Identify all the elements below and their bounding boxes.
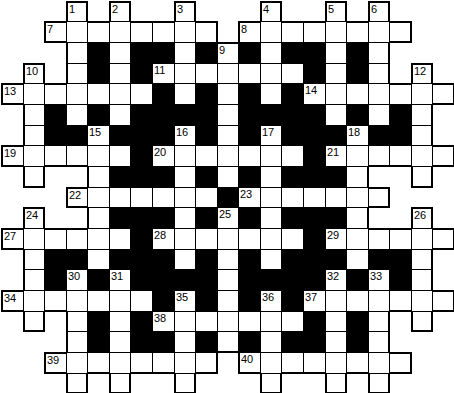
clue-number-27: 27 <box>4 230 16 242</box>
cell-r15c13[interactable] <box>281 311 304 332</box>
clue-number-26: 26 <box>414 209 426 221</box>
block-r8c6 <box>130 166 153 188</box>
cell-r15c7[interactable]: 38 <box>152 311 175 332</box>
block-r5c14 <box>303 104 326 126</box>
clue-number-36: 36 <box>262 291 274 303</box>
cell-r9c13[interactable] <box>281 187 304 208</box>
cell-r9c3[interactable]: 22 <box>66 187 88 208</box>
cell-r3c15[interactable] <box>325 63 347 84</box>
cell-r6c8[interactable]: 16 <box>174 125 196 146</box>
clue-number-34: 34 <box>4 292 16 304</box>
cell-r0c12[interactable]: 4 <box>260 1 282 22</box>
cell-r17c7[interactable] <box>152 352 175 374</box>
cell-r14c20[interactable] <box>432 290 454 312</box>
block-r3c14 <box>303 63 326 84</box>
cell-r4c20[interactable] <box>432 83 454 105</box>
cell-r4c0[interactable]: 13 <box>1 83 24 105</box>
cell-r12c10[interactable] <box>217 249 239 270</box>
cell-r12c8[interactable] <box>174 249 196 270</box>
cell-r9c6[interactable] <box>130 187 153 208</box>
cell-r16c12[interactable] <box>260 331 282 353</box>
block-r13c7 <box>152 269 175 291</box>
cell-r5c1[interactable] <box>23 104 45 126</box>
cell-r4c12[interactable] <box>260 83 282 105</box>
clue-number-8: 8 <box>241 23 247 35</box>
cell-r11c20[interactable] <box>432 228 454 250</box>
cell-r13c15[interactable]: 32 <box>325 269 347 291</box>
cell-r16c3[interactable] <box>66 331 88 353</box>
cell-r7c1[interactable] <box>23 145 45 167</box>
cell-r1c13[interactable] <box>281 21 304 43</box>
clue-number-35: 35 <box>176 291 188 303</box>
cell-r17c13[interactable] <box>281 352 304 374</box>
cell-r9c4[interactable] <box>87 187 110 208</box>
cell-r7c3[interactable] <box>66 145 88 167</box>
cell-r14c10[interactable] <box>217 290 239 312</box>
cell-r7c12[interactable] <box>260 145 282 167</box>
cell-r1c15[interactable] <box>325 21 347 43</box>
cell-r3c12[interactable] <box>260 63 282 84</box>
cell-r17c5[interactable] <box>109 352 131 374</box>
cell-r5c17[interactable] <box>368 104 390 126</box>
block-r8c5 <box>109 166 131 188</box>
cell-r10c12[interactable] <box>260 207 282 229</box>
cell-r9c7[interactable] <box>152 187 175 208</box>
cell-r14c3[interactable] <box>66 290 88 312</box>
cell-r9c8[interactable] <box>174 187 196 208</box>
cell-r6c10[interactable] <box>217 125 239 146</box>
cell-r17c14[interactable] <box>303 352 326 374</box>
cell-r11c13[interactable] <box>281 228 304 250</box>
cell-r17c12[interactable] <box>260 352 282 374</box>
cell-r15c10[interactable] <box>217 311 239 332</box>
cell-r1c3[interactable] <box>66 21 88 43</box>
cell-r17c2[interactable]: 39 <box>44 352 67 374</box>
cell-r15c17[interactable] <box>368 311 390 332</box>
cell-r5c10[interactable] <box>217 104 239 126</box>
cell-r15c9[interactable] <box>195 311 218 332</box>
block-r16c4 <box>87 331 110 353</box>
cell-r18c12[interactable] <box>260 373 282 393</box>
cell-r18c5[interactable] <box>109 373 131 393</box>
clue-number-2: 2 <box>112 3 118 15</box>
cell-r17c17[interactable] <box>368 352 390 374</box>
cell-r3c19[interactable]: 12 <box>411 63 433 84</box>
cell-r1c4[interactable] <box>87 21 110 43</box>
cell-r14c5[interactable] <box>109 290 131 312</box>
block-r13c4 <box>87 269 110 291</box>
block-r12c11 <box>238 249 261 270</box>
clue-number-28: 28 <box>154 229 166 241</box>
block-r14c9 <box>195 290 218 312</box>
cell-r15c1[interactable] <box>23 311 45 332</box>
block-r10c13 <box>281 207 304 229</box>
block-r14c13 <box>281 290 304 312</box>
block-r15c14 <box>303 311 326 332</box>
cell-r18c15[interactable] <box>325 373 347 393</box>
cell-r14c12[interactable]: 36 <box>260 290 282 312</box>
cell-r11c7[interactable]: 28 <box>152 228 175 250</box>
cell-r17c11[interactable]: 40 <box>238 352 261 374</box>
cell-r7c11[interactable] <box>238 145 261 167</box>
cell-r13c3[interactable]: 30 <box>66 269 88 291</box>
cell-r8c12[interactable] <box>260 166 282 188</box>
cell-r14c14[interactable]: 37 <box>303 290 326 312</box>
cell-r5c3[interactable] <box>66 104 88 126</box>
cell-r6c16[interactable]: 18 <box>346 125 369 146</box>
block-r2c7 <box>152 42 175 64</box>
cell-r10c4[interactable] <box>87 207 110 229</box>
block-r6c13 <box>281 125 304 146</box>
cell-r4c10[interactable] <box>217 83 239 105</box>
cell-r15c3[interactable] <box>66 311 88 332</box>
cell-r7c10[interactable] <box>217 145 239 167</box>
cell-r2c12[interactable] <box>260 42 282 64</box>
clue-number-6: 6 <box>371 3 377 15</box>
block-r9c10 <box>217 187 239 208</box>
cell-r13c5[interactable]: 31 <box>109 269 131 291</box>
cell-r11c15[interactable]: 29 <box>325 228 347 250</box>
block-r13c8 <box>174 269 196 291</box>
cell-r0c3[interactable]: 1 <box>66 1 88 22</box>
cell-r13c17[interactable]: 33 <box>368 269 390 291</box>
cell-r7c2[interactable] <box>44 145 67 167</box>
cell-r13c1[interactable] <box>23 269 45 291</box>
cell-r7c13[interactable] <box>281 145 304 167</box>
block-r15c4 <box>87 311 110 332</box>
block-r5c8 <box>174 104 196 126</box>
block-r6c9 <box>195 125 218 146</box>
cell-r1c18[interactable] <box>389 21 412 43</box>
clue-number-4: 4 <box>263 3 269 15</box>
cell-r4c6[interactable] <box>130 83 153 105</box>
cell-r14c8[interactable]: 35 <box>174 290 196 312</box>
cell-r9c17[interactable] <box>368 187 390 208</box>
block-r2c11 <box>238 42 261 64</box>
cell-r1c12[interactable] <box>260 21 282 43</box>
cell-r9c16[interactable] <box>346 187 369 208</box>
cell-r14c15[interactable] <box>325 290 347 312</box>
block-r12c18 <box>389 249 412 270</box>
cell-r2c5[interactable] <box>109 42 131 64</box>
cell-r15c15[interactable] <box>325 311 347 332</box>
cell-r14c19[interactable] <box>411 290 433 312</box>
block-r12c17 <box>368 249 390 270</box>
cell-r7c17[interactable] <box>368 145 390 167</box>
block-r5c16 <box>346 104 369 126</box>
block-r3c16 <box>346 63 369 84</box>
cell-r1c9[interactable] <box>195 21 218 43</box>
block-r11c6 <box>130 228 153 250</box>
cell-r4c17[interactable] <box>368 83 390 105</box>
cell-r4c14[interactable]: 14 <box>303 83 326 105</box>
clue-number-16: 16 <box>176 126 188 138</box>
cell-r4c15[interactable] <box>325 83 347 105</box>
cell-r11c9[interactable] <box>195 228 218 250</box>
cell-r10c10[interactable]: 25 <box>217 207 239 229</box>
cell-r11c17[interactable] <box>368 228 390 250</box>
cell-r12c16[interactable] <box>346 249 369 270</box>
cell-r1c16[interactable] <box>346 21 369 43</box>
cell-r11c2[interactable] <box>44 228 67 250</box>
block-r13c9 <box>195 269 218 291</box>
block-r5c9 <box>195 104 218 126</box>
cell-r5c15[interactable] <box>325 104 347 126</box>
cell-r6c19[interactable] <box>411 125 433 146</box>
cell-r11c16[interactable] <box>346 228 369 250</box>
cell-r11c12[interactable] <box>260 228 282 250</box>
cell-r11c11[interactable] <box>238 228 261 250</box>
cell-r3c3[interactable] <box>66 63 88 84</box>
cell-r7c7[interactable]: 20 <box>152 145 175 167</box>
cell-r15c11[interactable] <box>238 311 261 332</box>
cell-r3c9[interactable] <box>195 63 218 84</box>
cell-r17c15[interactable] <box>325 352 347 374</box>
block-r16c13 <box>281 331 304 353</box>
cell-r11c18[interactable] <box>389 228 412 250</box>
cell-r8c1[interactable] <box>23 166 45 188</box>
block-r16c9 <box>195 331 218 353</box>
block-r5c18 <box>389 104 412 126</box>
cell-r4c3[interactable] <box>66 83 88 105</box>
cell-r11c10[interactable] <box>217 228 239 250</box>
cell-r0c8[interactable]: 3 <box>174 1 196 22</box>
cell-r16c8[interactable] <box>174 331 196 353</box>
cell-r4c16[interactable] <box>346 83 369 105</box>
cell-r0c17[interactable]: 6 <box>368 1 390 22</box>
cell-r7c18[interactable] <box>389 145 412 167</box>
clue-number-11: 11 <box>154 64 165 76</box>
cell-r8c8[interactable] <box>174 166 196 188</box>
cell-r0c5[interactable]: 2 <box>109 1 131 22</box>
block-r6c18 <box>389 125 412 146</box>
clue-number-32: 32 <box>327 270 339 282</box>
block-r4c11 <box>238 83 261 105</box>
cell-r13c10[interactable] <box>217 269 239 291</box>
cell-r4c18[interactable] <box>389 83 412 105</box>
cell-r17c6[interactable] <box>130 352 153 374</box>
block-r16c6 <box>130 331 153 353</box>
block-r12c14 <box>303 249 326 270</box>
cell-r2c8[interactable] <box>174 42 196 64</box>
block-r13c2 <box>44 269 67 291</box>
cell-r1c11[interactable]: 8 <box>238 21 261 43</box>
block-r12c5 <box>109 249 131 270</box>
cell-r3c13[interactable] <box>281 63 304 84</box>
block-r5c2 <box>44 104 67 126</box>
cell-r6c1[interactable] <box>23 125 45 146</box>
cell-r11c19[interactable] <box>411 228 433 250</box>
cell-r14c18[interactable] <box>389 290 412 312</box>
block-r16c14 <box>303 331 326 353</box>
cell-r17c8[interactable] <box>174 352 196 374</box>
block-r6c7 <box>152 125 175 146</box>
cell-r7c9[interactable] <box>195 145 218 167</box>
cell-r14c6[interactable] <box>130 290 153 312</box>
cell-r16c15[interactable] <box>325 331 347 353</box>
cell-r2c10[interactable]: 9 <box>217 42 239 64</box>
block-r4c9 <box>195 83 218 105</box>
block-r5c6 <box>130 104 153 126</box>
cell-r8c19[interactable] <box>411 166 433 188</box>
block-r2c16 <box>346 42 369 64</box>
cell-r12c4[interactable] <box>87 249 110 270</box>
cell-r2c17[interactable] <box>368 42 390 64</box>
cell-r4c8[interactable] <box>174 83 196 105</box>
cell-r1c8[interactable] <box>174 21 196 43</box>
cell-r12c12[interactable] <box>260 249 282 270</box>
block-r12c3 <box>66 249 88 270</box>
cell-r2c3[interactable] <box>66 42 88 64</box>
clue-number-25: 25 <box>219 208 231 220</box>
cell-r9c15[interactable] <box>325 187 347 208</box>
cell-r3c7[interactable]: 11 <box>152 63 175 84</box>
cell-r11c0[interactable]: 27 <box>1 228 24 250</box>
crossword-board: 1234567891011121314151617181920212223242… <box>0 0 454 393</box>
block-r13c6 <box>130 269 153 291</box>
clue-number-9: 9 <box>219 44 225 56</box>
cell-r3c10[interactable] <box>217 63 239 84</box>
block-r5c12 <box>260 104 282 126</box>
block-r2c6 <box>130 42 153 64</box>
cell-r12c19[interactable] <box>411 249 433 270</box>
clue-number-1: 1 <box>69 3 75 15</box>
cell-r4c19[interactable] <box>411 83 433 105</box>
clue-number-38: 38 <box>154 312 166 324</box>
cell-r7c0[interactable]: 19 <box>1 145 24 167</box>
cell-r9c11[interactable]: 23 <box>238 187 261 208</box>
cell-r5c5[interactable] <box>109 104 131 126</box>
cell-r7c5[interactable] <box>109 145 131 167</box>
cell-r7c19[interactable] <box>411 145 433 167</box>
clue-number-17: 17 <box>262 126 274 138</box>
cell-r13c19[interactable] <box>411 269 433 291</box>
cell-r17c18[interactable] <box>389 352 412 374</box>
cell-r3c5[interactable] <box>109 63 131 84</box>
clue-number-24: 24 <box>26 209 38 221</box>
cell-r17c9[interactable] <box>195 352 218 374</box>
cell-r8c10[interactable] <box>217 166 239 188</box>
cell-r6c4[interactable]: 15 <box>87 125 110 146</box>
block-r13c14 <box>303 269 326 291</box>
block-r4c13 <box>281 83 304 105</box>
cell-r11c4[interactable] <box>87 228 110 250</box>
block-r8c13 <box>281 166 304 188</box>
cell-r8c4[interactable] <box>87 166 110 188</box>
cell-r4c5[interactable] <box>109 83 131 105</box>
cell-r17c3[interactable] <box>66 352 88 374</box>
block-r13c13 <box>281 269 304 291</box>
cell-r14c1[interactable] <box>23 290 45 312</box>
cell-r3c8[interactable] <box>174 63 196 84</box>
cell-r9c14[interactable] <box>303 187 326 208</box>
cell-r11c3[interactable] <box>66 228 88 250</box>
cell-r15c19[interactable] <box>411 311 433 332</box>
clue-number-20: 20 <box>154 146 166 158</box>
cell-r18c3[interactable] <box>66 373 88 393</box>
cell-r15c8[interactable] <box>174 311 196 332</box>
clue-number-3: 3 <box>177 3 183 15</box>
cell-r1c5[interactable] <box>109 21 131 43</box>
cell-r18c8[interactable] <box>174 373 196 393</box>
cell-r9c12[interactable] <box>260 187 282 208</box>
clue-number-10: 10 <box>26 65 38 77</box>
cell-r11c5[interactable] <box>109 228 131 250</box>
cell-r3c11[interactable] <box>238 63 261 84</box>
block-r15c6 <box>130 311 153 332</box>
cell-r17c4[interactable] <box>87 352 110 374</box>
cell-r4c4[interactable] <box>87 83 110 105</box>
cell-r3c1[interactable]: 10 <box>23 63 45 84</box>
clue-number-22: 22 <box>69 189 81 201</box>
cell-r16c5[interactable] <box>109 331 131 353</box>
cell-r14c17[interactable] <box>368 290 390 312</box>
cell-r7c20[interactable] <box>432 145 454 167</box>
cell-r3c17[interactable] <box>368 63 390 84</box>
cell-r11c8[interactable] <box>174 228 196 250</box>
cell-r16c10[interactable] <box>217 331 239 353</box>
cell-r6c12[interactable]: 17 <box>260 125 282 146</box>
block-r12c2 <box>44 249 67 270</box>
cell-r1c2[interactable]: 7 <box>44 21 67 43</box>
cell-r8c16[interactable] <box>346 166 369 188</box>
block-r5c4 <box>87 104 110 126</box>
cell-r10c1[interactable]: 24 <box>23 207 45 229</box>
clue-number-14: 14 <box>305 84 317 96</box>
cell-r16c17[interactable] <box>368 331 390 353</box>
cell-r14c16[interactable] <box>346 290 369 312</box>
block-r13c18 <box>389 269 412 291</box>
cell-r5c19[interactable] <box>411 104 433 126</box>
cell-r2c15[interactable] <box>325 42 347 64</box>
cell-r1c6[interactable] <box>130 21 153 43</box>
block-r6c11 <box>238 125 261 146</box>
cell-r10c8[interactable] <box>174 207 196 229</box>
cell-r7c8[interactable] <box>174 145 196 167</box>
clue-number-13: 13 <box>4 85 16 97</box>
block-r6c3 <box>66 125 88 146</box>
cell-r14c4[interactable] <box>87 290 110 312</box>
block-r8c11 <box>238 166 261 188</box>
clue-number-5: 5 <box>328 3 334 15</box>
cell-r14c2[interactable] <box>44 290 67 312</box>
cell-r1c17[interactable] <box>368 21 390 43</box>
cell-r7c4[interactable] <box>87 145 110 167</box>
cell-r4c1[interactable] <box>23 83 45 105</box>
cell-r1c14[interactable] <box>303 21 326 43</box>
cell-r15c12[interactable] <box>260 311 282 332</box>
block-r2c14 <box>303 42 326 64</box>
cell-r9c9[interactable] <box>195 187 218 208</box>
cell-r7c16[interactable] <box>346 145 369 167</box>
cell-r15c5[interactable] <box>109 311 131 332</box>
cell-r17c16[interactable] <box>346 352 369 374</box>
cell-r0c15[interactable]: 5 <box>325 1 347 22</box>
clue-number-15: 15 <box>89 126 101 138</box>
cell-r18c17[interactable] <box>368 373 390 393</box>
cell-r14c0[interactable]: 34 <box>1 290 24 312</box>
cell-r7c15[interactable]: 21 <box>325 145 347 167</box>
block-r5c11 <box>238 104 261 126</box>
cell-r10c19[interactable]: 26 <box>411 207 433 229</box>
cell-r11c1[interactable] <box>23 228 45 250</box>
block-r14c7 <box>152 290 175 312</box>
cell-r1c7[interactable] <box>152 21 175 43</box>
cell-r10c16[interactable] <box>346 207 369 229</box>
cell-r4c2[interactable] <box>44 83 67 105</box>
cell-r9c5[interactable] <box>109 187 131 208</box>
cell-r12c1[interactable] <box>23 249 45 270</box>
